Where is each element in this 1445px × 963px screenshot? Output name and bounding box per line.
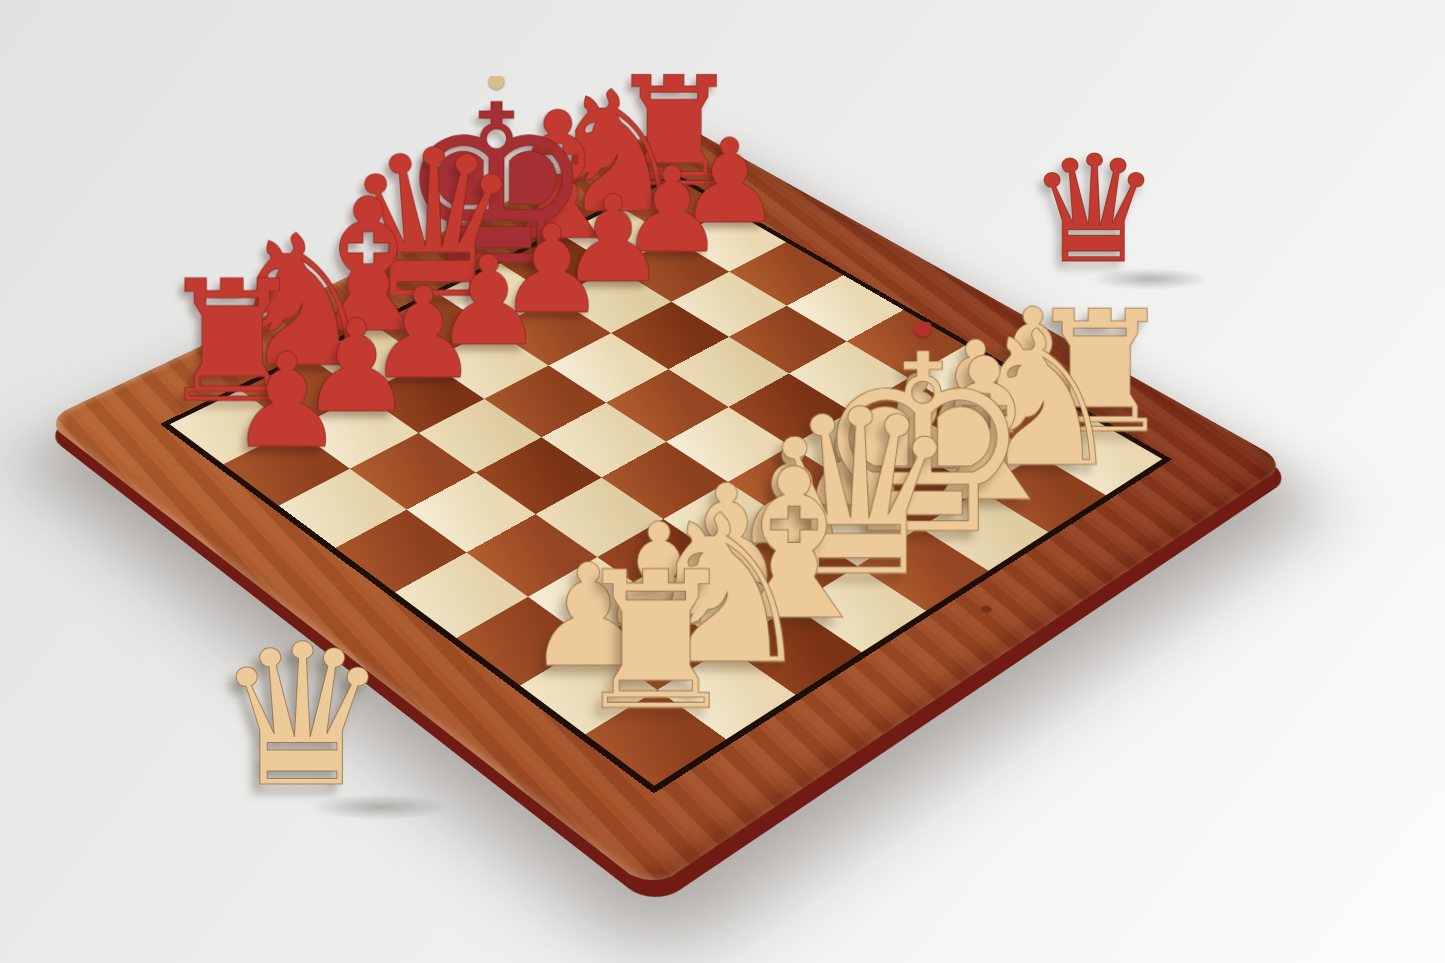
table-scene: ♜♞♝♛♚♝♞♜♟♟♟♟♟♟♟♟♟♟♟♟♟♟♟♟♜♞♝♛♚♝♞♜ ♛ ♛: [0, 0, 1445, 963]
piece-red-pawn-a7[interactable]: ♟: [228, 336, 345, 466]
red-queen-glyph: ♛: [1028, 136, 1161, 284]
white-queen-glyph: ♛: [214, 618, 390, 814]
piece-white-rook-a1[interactable]: ♜: [571, 547, 741, 737]
offboard-extra-queen-red[interactable]: ♛: [1094, 136, 1227, 284]
offboard-extra-queen-white[interactable]: ♛: [302, 618, 478, 814]
